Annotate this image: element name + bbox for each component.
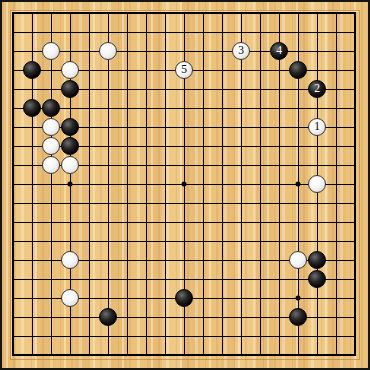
black-stone (308, 270, 326, 288)
white-stone (308, 175, 326, 193)
black-stone (61, 137, 79, 155)
star-point (296, 296, 301, 301)
black-stone-move-4: 4 (270, 42, 288, 60)
white-stone (42, 156, 60, 174)
white-stone (42, 118, 60, 136)
move-number-label: 2 (314, 83, 320, 95)
move-number-label: 3 (238, 45, 244, 57)
black-stone (61, 118, 79, 136)
move-number-label: 4 (276, 45, 282, 57)
star-point (296, 182, 301, 187)
star-point (68, 182, 73, 187)
white-stone-move-5: 5 (175, 61, 193, 79)
black-stone-move-2: 2 (308, 80, 326, 98)
black-stone (289, 308, 307, 326)
white-stone (61, 61, 79, 79)
white-stone (42, 137, 60, 155)
white-stone (61, 251, 79, 269)
black-stone (42, 99, 60, 117)
star-point (182, 182, 187, 187)
white-stone-move-1: 1 (308, 118, 326, 136)
black-stone (289, 61, 307, 79)
move-number-label: 1 (314, 121, 320, 133)
black-stone (308, 251, 326, 269)
white-stone (99, 42, 117, 60)
white-stone (61, 289, 79, 307)
black-stone (23, 99, 41, 117)
white-stone (289, 251, 307, 269)
black-stone (99, 308, 117, 326)
black-stone (23, 61, 41, 79)
go-board-screenshot: 12345 (0, 0, 370, 370)
white-stone-move-3: 3 (232, 42, 250, 60)
move-number-label: 5 (181, 64, 187, 76)
white-stone (42, 42, 60, 60)
black-stone (175, 289, 193, 307)
white-stone (61, 156, 79, 174)
black-stone (61, 80, 79, 98)
